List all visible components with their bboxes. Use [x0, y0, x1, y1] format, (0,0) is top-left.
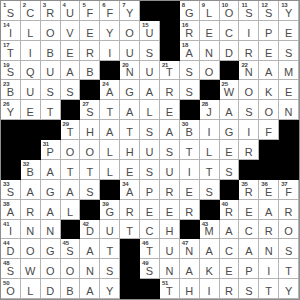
cell-letter-r14c11: K	[200, 266, 219, 277]
cell-r11c1[interactable]: 38A	[1, 200, 21, 220]
cell-r15c10[interactable]: H	[180, 279, 200, 299]
cell-r14c6[interactable]: S	[100, 259, 120, 279]
cell-letter-r3c11: N	[200, 48, 219, 59]
cell-r12c14[interactable]: R	[259, 220, 279, 240]
cell-r15c5[interactable]: A	[80, 279, 100, 299]
cell-letter-r5c1: B	[1, 87, 20, 98]
cell-r8c11[interactable]: L	[200, 140, 220, 160]
cell-letter-r2c7: O	[120, 28, 139, 39]
cell-r11c8[interactable]: E	[140, 200, 160, 220]
cell-r12c11[interactable]: 43M	[200, 220, 220, 240]
cell-r12c12[interactable]: A	[220, 220, 240, 240]
cell-r9c8[interactable]: S	[140, 160, 160, 180]
cell-r3c1[interactable]: 17T	[1, 41, 21, 61]
cell-letter-r3c10: A	[180, 48, 199, 59]
cell-r9c9[interactable]: U	[160, 160, 180, 180]
cell-r10c2[interactable]: A	[21, 180, 41, 200]
cell-letter-r3c15: S	[279, 48, 298, 59]
cell-r15c15[interactable]: Y	[279, 279, 299, 299]
cell-r6c5[interactable]: 27S	[80, 100, 100, 120]
cell-letter-r15c9: T	[160, 286, 179, 297]
cell-r4c7[interactable]: 20N	[120, 61, 140, 81]
cell-r4c2[interactable]: Q	[21, 61, 41, 81]
cell-r12c6[interactable]: U	[100, 220, 120, 240]
cell-letter-r13c14: N	[259, 246, 278, 257]
cell-r14c4[interactable]: O	[61, 259, 81, 279]
cell-r3c10[interactable]: 18A	[180, 41, 200, 61]
black-cell-r8c15	[279, 140, 299, 160]
cell-letter-r11c12: R	[220, 207, 239, 218]
cell-letter-r9c4: T	[61, 167, 80, 178]
cell-r15c3[interactable]: D	[41, 279, 61, 299]
cell-letter-r6c5: S	[80, 107, 99, 118]
cell-r8c4[interactable]: O	[61, 140, 81, 160]
cell-letter-r12c14: R	[259, 226, 278, 237]
cell-r3c5[interactable]: R	[80, 41, 100, 61]
cell-r10c3[interactable]: G	[41, 180, 61, 200]
cell-letter-r14c4: O	[61, 266, 80, 277]
cell-letter-r5c7: G	[120, 87, 139, 98]
cell-r7c14[interactable]: F	[259, 120, 279, 140]
cell-letter-r7c10: B	[180, 127, 199, 138]
cell-letter-r9c12: S	[220, 167, 239, 178]
cell-r7c10[interactable]: 30B	[180, 120, 200, 140]
cell-r11c10[interactable]: R	[180, 200, 200, 220]
cell-r3c6[interactable]: I	[100, 41, 120, 61]
cell-letter-r4c10: S	[180, 67, 199, 78]
cell-r15c11[interactable]: I	[200, 279, 220, 299]
cell-r2c6[interactable]: Y	[100, 21, 120, 41]
cell-r12c5[interactable]: 42D	[80, 220, 100, 240]
cell-r14c2[interactable]: W	[21, 259, 41, 279]
cell-r1c1[interactable]: 1S	[1, 1, 21, 21]
cell-r8c6[interactable]: L	[100, 140, 120, 160]
cell-r7c4[interactable]: 29T	[61, 120, 81, 140]
cell-r14c10[interactable]: A	[180, 259, 200, 279]
cell-r5c15[interactable]: E	[279, 80, 299, 100]
cell-r13c4[interactable]: 45S	[61, 239, 81, 259]
cell-r15c9[interactable]: 51T	[160, 279, 180, 299]
cell-r12c3[interactable]: N	[41, 220, 61, 240]
cell-r13c6[interactable]: T	[100, 239, 120, 259]
cell-letter-r14c10: A	[180, 266, 199, 277]
cell-letter-r13c8: T	[140, 246, 159, 257]
cell-r11c2[interactable]: R	[21, 200, 41, 220]
cell-r9c6[interactable]: L	[100, 160, 120, 180]
cell-r6c13[interactable]: S	[239, 100, 259, 120]
cell-r12c1[interactable]: 41I	[1, 220, 21, 240]
cell-r12c8[interactable]: C	[140, 220, 160, 240]
cell-r1c3[interactable]: 3R	[41, 1, 61, 21]
cell-r3c15[interactable]: S	[279, 41, 299, 61]
cell-letter-r1c11: L	[200, 8, 219, 19]
cell-r13c15[interactable]: S	[279, 239, 299, 259]
cell-r13c11[interactable]: A	[200, 239, 220, 259]
cell-letter-r13c12: C	[220, 246, 239, 257]
cell-letter-r8c10: T	[180, 147, 199, 158]
cell-r2c14[interactable]: P	[259, 21, 279, 41]
cell-r10c13[interactable]: 35R	[239, 180, 259, 200]
cell-letter-r3c8: S	[140, 48, 159, 59]
cell-r4c5[interactable]: B	[80, 61, 100, 81]
cell-r3c14[interactable]: E	[259, 41, 279, 61]
cell-letter-r13c15: S	[279, 246, 298, 257]
cell-r2c3[interactable]: O	[41, 21, 61, 41]
cell-r3c12[interactable]: D	[220, 41, 240, 61]
cell-r8c5[interactable]: O	[80, 140, 100, 160]
black-cell-r7c15	[279, 120, 299, 140]
cell-letter-r2c5: E	[80, 28, 99, 39]
cell-r9c11[interactable]: T	[200, 160, 220, 180]
black-cell-r8c2	[21, 140, 41, 160]
cell-letter-r14c1: S	[1, 266, 20, 277]
cell-r14c14[interactable]: I	[259, 259, 279, 279]
cell-r14c15[interactable]: T	[279, 259, 299, 279]
cell-r2c2[interactable]: L	[21, 21, 41, 41]
cell-letter-r1c12: O	[220, 8, 239, 19]
black-cell-r8c1	[1, 140, 21, 160]
cell-letter-r10c14: E	[259, 187, 278, 198]
cell-r11c7[interactable]: R	[120, 200, 140, 220]
cell-r10c7[interactable]: 34A	[120, 180, 140, 200]
black-cell-r5c11	[200, 80, 220, 100]
cell-r9c2[interactable]: 32B	[21, 160, 41, 180]
cell-letter-r11c13: E	[239, 207, 258, 218]
cell-letter-r13c10: N	[180, 246, 199, 257]
cell-r4c13[interactable]: 22N	[239, 61, 259, 81]
black-cell-r1c8	[140, 1, 160, 21]
cell-r3c8[interactable]: S	[140, 41, 160, 61]
cell-letter-r2c15: E	[279, 28, 298, 39]
cell-r14c5[interactable]: N	[80, 259, 100, 279]
cell-letter-r10c2: A	[21, 187, 40, 198]
cell-letter-r14c13: P	[239, 266, 258, 277]
cell-letter-r12c7: T	[120, 226, 139, 237]
cell-r10c5[interactable]: S	[80, 180, 100, 200]
cell-r1c13[interactable]: 11S	[239, 1, 259, 21]
cell-r3c2[interactable]: I	[21, 41, 41, 61]
cell-letter-r7c4: T	[61, 127, 80, 138]
cell-r1c14[interactable]: 12S	[259, 1, 279, 21]
cell-letter-r10c7: A	[120, 187, 139, 198]
cell-r11c6[interactable]: 39G	[100, 200, 120, 220]
cell-letter-r6c9: E	[160, 107, 179, 118]
cell-letter-r6c3: T	[41, 107, 60, 118]
cell-letter-r7c13: I	[239, 127, 258, 138]
cell-r4c14[interactable]: A	[259, 61, 279, 81]
cell-r14c1[interactable]: 48S	[1, 259, 21, 279]
cell-r2c10[interactable]: 16R	[180, 21, 200, 41]
cell-letter-r6c2: E	[21, 107, 40, 118]
cell-r2c15[interactable]: E	[279, 21, 299, 41]
cell-letter-r3c3: B	[41, 48, 60, 59]
cell-r9c4[interactable]: T	[61, 160, 81, 180]
cell-letter-r13c2: O	[21, 246, 40, 257]
cell-r6c6[interactable]: T	[100, 100, 120, 120]
cell-r4c4[interactable]: A	[61, 61, 81, 81]
cell-letter-r15c15: Y	[279, 286, 298, 297]
cell-letter-r3c7: U	[120, 48, 139, 59]
cell-r13c9[interactable]: U	[160, 239, 180, 259]
cell-letter-r15c1: O	[1, 286, 20, 297]
cell-letter-r6c6: T	[100, 107, 119, 118]
cell-r13c10[interactable]: 47N	[180, 239, 200, 259]
cell-r1c5[interactable]: 5F	[80, 1, 100, 21]
cell-r7c5[interactable]: H	[80, 120, 100, 140]
cell-r5c13[interactable]: O	[239, 80, 259, 100]
cell-r5c1[interactable]: 23B	[1, 80, 21, 100]
cell-r5c10[interactable]: S	[180, 80, 200, 100]
cell-letter-r7c6: A	[100, 127, 119, 138]
cell-r5c9[interactable]: R	[160, 80, 180, 100]
cell-r12c13[interactable]: C	[239, 220, 259, 240]
cell-r6c7[interactable]: A	[120, 100, 140, 120]
cell-r15c1[interactable]: 50O	[1, 279, 21, 299]
cell-r7c7[interactable]: T	[120, 120, 140, 140]
cell-letter-r14c5: N	[80, 266, 99, 277]
cell-r2c8[interactable]: 15U	[140, 21, 160, 41]
cell-letter-r11c4: L	[61, 207, 80, 218]
cell-r13c5[interactable]: A	[80, 239, 100, 259]
cell-letter-r4c3: U	[41, 67, 60, 78]
cell-r5c3[interactable]: S	[41, 80, 61, 100]
cell-r10c10[interactable]: E	[180, 180, 200, 200]
cell-letter-r1c5: F	[80, 8, 99, 19]
cell-r3c7[interactable]: U	[120, 41, 140, 61]
cell-letter-r8c6: L	[100, 147, 119, 158]
cell-letter-r7c5: H	[80, 127, 99, 138]
cell-letter-r5c3: S	[41, 87, 60, 98]
cell-r3c3[interactable]: B	[41, 41, 61, 61]
cell-r7c6[interactable]: A	[100, 120, 120, 140]
cell-letter-r10c15: F	[279, 187, 298, 198]
cell-letter-r3c1: T	[1, 48, 20, 59]
cell-r4c8[interactable]: U	[140, 61, 160, 81]
cell-r4c9[interactable]: 21T	[160, 61, 180, 81]
cell-r8c10[interactable]: T	[180, 140, 200, 160]
cell-r5c2[interactable]: U	[21, 80, 41, 100]
cell-letter-r10c11: S	[200, 187, 219, 198]
cell-r14c8[interactable]: 49S	[140, 259, 160, 279]
cell-letter-r12c12: A	[220, 226, 239, 237]
cell-r14c9[interactable]: N	[160, 259, 180, 279]
cell-r9c7[interactable]: E	[120, 160, 140, 180]
cell-r8c7[interactable]: H	[120, 140, 140, 160]
cell-r13c13[interactable]: A	[239, 239, 259, 259]
cell-letter-r9c11: T	[200, 167, 219, 178]
cell-letter-r5c4: S	[61, 87, 80, 98]
cell-r6c1[interactable]: 26Y	[1, 100, 21, 120]
cell-letter-r15c5: A	[80, 286, 99, 297]
cell-letter-r8c7: H	[120, 147, 139, 158]
cell-letter-r10c9: R	[160, 187, 179, 198]
cell-r7c13[interactable]: I	[239, 120, 259, 140]
cell-letter-r8c13: R	[239, 147, 258, 158]
cell-r8c13[interactable]: R	[239, 140, 259, 160]
cell-r11c14[interactable]: A	[259, 200, 279, 220]
cell-letter-r5c15: E	[279, 87, 298, 98]
cell-r13c8[interactable]: 46T	[140, 239, 160, 259]
cell-r8c9[interactable]: S	[160, 140, 180, 160]
black-cell-r9c13	[239, 160, 259, 180]
cell-r7c9[interactable]: A	[160, 120, 180, 140]
cell-r11c15[interactable]: R	[279, 200, 299, 220]
cell-r11c13[interactable]: E	[239, 200, 259, 220]
cell-r1c2[interactable]: 2C	[21, 1, 41, 21]
cell-r14c13[interactable]: P	[239, 259, 259, 279]
cell-r1c10[interactable]: 8G	[180, 1, 200, 21]
cell-r12c15[interactable]: O	[279, 220, 299, 240]
cell-letter-r11c14: A	[259, 207, 278, 218]
cell-letter-r1c4: U	[61, 8, 80, 19]
cell-r1c4[interactable]: 4U	[61, 1, 81, 21]
cell-r2c11[interactable]: E	[200, 21, 220, 41]
cell-letter-r11c1: A	[1, 207, 20, 218]
cell-r15c6[interactable]: Y	[100, 279, 120, 299]
cell-letter-r12c9: H	[160, 226, 179, 237]
cell-r6c15[interactable]: N	[279, 100, 299, 120]
cell-r1c11[interactable]: 9L	[200, 1, 220, 21]
cell-r10c14[interactable]: 36E	[259, 180, 279, 200]
cell-r1c15[interactable]: 13Y	[279, 1, 299, 21]
cell-letter-r6c11: J	[200, 107, 219, 118]
cell-r1c6[interactable]: 6F	[100, 1, 120, 21]
cell-r5c8[interactable]: A	[140, 80, 160, 100]
cell-r14c11[interactable]: K	[200, 259, 220, 279]
cell-r12c9[interactable]: H	[160, 220, 180, 240]
cell-letter-r1c6: F	[100, 8, 119, 19]
cell-letter-r4c15: M	[279, 67, 298, 78]
cell-r13c1[interactable]: 44D	[1, 239, 21, 259]
cell-r8c12[interactable]: E	[220, 140, 240, 160]
cell-r5c14[interactable]: K	[259, 80, 279, 100]
cell-r6c3[interactable]: T	[41, 100, 61, 120]
cell-r2c7[interactable]: O	[120, 21, 140, 41]
cell-letter-r2c14: P	[259, 28, 278, 39]
cell-r15c2[interactable]: L	[21, 279, 41, 299]
cell-r15c13[interactable]: S	[239, 279, 259, 299]
cell-letter-r9c8: S	[140, 167, 159, 178]
cell-letter-r1c2: C	[21, 8, 40, 19]
cell-r7c11[interactable]: I	[200, 120, 220, 140]
cell-r2c1[interactable]: 14I	[1, 21, 21, 41]
cell-r2c12[interactable]: C	[220, 21, 240, 41]
cell-r14c12[interactable]: E	[220, 259, 240, 279]
cell-letter-r8c4: O	[61, 147, 80, 158]
cell-r10c1[interactable]: 33S	[1, 180, 21, 200]
cell-r10c8[interactable]: P	[140, 180, 160, 200]
cell-r11c4[interactable]: L	[61, 200, 81, 220]
cell-r13c3[interactable]: G	[41, 239, 61, 259]
cell-letter-r8c5: O	[80, 147, 99, 158]
cell-r8c8[interactable]: U	[140, 140, 160, 160]
cell-r6c11[interactable]: 28J	[200, 100, 220, 120]
cell-r9c10[interactable]: I	[180, 160, 200, 180]
cell-r6c14[interactable]: O	[259, 100, 279, 120]
cell-letter-r5c13: O	[239, 87, 258, 98]
cell-r15c4[interactable]: B	[61, 279, 81, 299]
cell-r10c9[interactable]: R	[160, 180, 180, 200]
cell-r13c12[interactable]: C	[220, 239, 240, 259]
cell-letter-r12c2: N	[21, 226, 40, 237]
cell-r12c2[interactable]: N	[21, 220, 41, 240]
cell-letter-r14c9: N	[160, 266, 179, 277]
cell-letter-r4c2: Q	[21, 67, 40, 78]
cell-r4c3[interactable]: U	[41, 61, 61, 81]
cell-letter-r12c6: U	[100, 226, 119, 237]
cell-r4c15[interactable]: M	[279, 61, 299, 81]
cell-letter-r1c3: R	[41, 8, 60, 19]
cell-r5c6[interactable]: 24A	[100, 80, 120, 100]
cell-r4c1[interactable]: 19S	[1, 61, 21, 81]
cell-r5c4[interactable]: S	[61, 80, 81, 100]
cell-letter-r6c14: O	[259, 107, 278, 118]
cell-r5c12[interactable]: 25W	[220, 80, 240, 100]
cell-r1c7[interactable]: 7Y	[120, 1, 140, 21]
cell-r9c12[interactable]: S	[220, 160, 240, 180]
cell-r13c2[interactable]: O	[21, 239, 41, 259]
cell-r15c12[interactable]: R	[220, 279, 240, 299]
cell-r6c2[interactable]: E	[21, 100, 41, 120]
cell-r9c3[interactable]: A	[41, 160, 61, 180]
cell-r6c8[interactable]: L	[140, 100, 160, 120]
cell-letter-r7c8: S	[140, 127, 159, 138]
cell-r12c7[interactable]: T	[120, 220, 140, 240]
cell-r2c4[interactable]: V	[61, 21, 81, 41]
cell-r11c9[interactable]: E	[160, 200, 180, 220]
cell-r10c11[interactable]: S	[200, 180, 220, 200]
black-cell-r7c2	[21, 120, 41, 140]
black-cell-r6c10	[180, 100, 200, 120]
cell-letter-r3c2: I	[21, 48, 40, 59]
black-cell-r11c11	[200, 200, 220, 220]
cell-r3c11[interactable]: N	[200, 41, 220, 61]
cell-r4c11[interactable]: O	[200, 61, 220, 81]
cell-r7c8[interactable]: S	[140, 120, 160, 140]
cell-r2c5[interactable]: E	[80, 21, 100, 41]
cell-letter-r2c11: E	[200, 28, 219, 39]
cell-r10c4[interactable]: A	[61, 180, 81, 200]
cell-r14c3[interactable]: O	[41, 259, 61, 279]
cell-letter-r8c9: S	[160, 147, 179, 158]
cell-r11c12[interactable]: 40R	[220, 200, 240, 220]
cell-r3c4[interactable]: E	[61, 41, 81, 61]
black-cell-r13c7	[120, 239, 140, 259]
cell-letter-r13c5: A	[80, 246, 99, 257]
cell-letter-r4c8: U	[140, 67, 159, 78]
black-cell-r9c15	[279, 160, 299, 180]
cell-r10c15[interactable]: 37F	[279, 180, 299, 200]
cell-r2c13[interactable]: I	[239, 21, 259, 41]
cell-r11c3[interactable]: A	[41, 200, 61, 220]
cell-r8c3[interactable]: 31P	[41, 140, 61, 160]
cell-r7c12[interactable]: G	[220, 120, 240, 140]
cell-r4c10[interactable]: S	[180, 61, 200, 81]
cell-r5c7[interactable]: G	[120, 80, 140, 100]
cell-letter-r15c4: B	[61, 286, 80, 297]
cell-r1c12[interactable]: 10O	[220, 1, 240, 21]
cell-letter-r5c9: R	[160, 87, 179, 98]
cell-r15c14[interactable]: T	[259, 279, 279, 299]
cell-r6c9[interactable]: E	[160, 100, 180, 120]
cell-letter-r4c4: A	[61, 67, 80, 78]
cell-letter-r14c15: T	[279, 266, 298, 277]
cell-r9c5[interactable]: T	[80, 160, 100, 180]
black-cell-r15c7	[120, 279, 140, 299]
cell-r3c13[interactable]: R	[239, 41, 259, 61]
cell-r13c14[interactable]: N	[259, 239, 279, 259]
cell-r6c12[interactable]: A	[220, 100, 240, 120]
